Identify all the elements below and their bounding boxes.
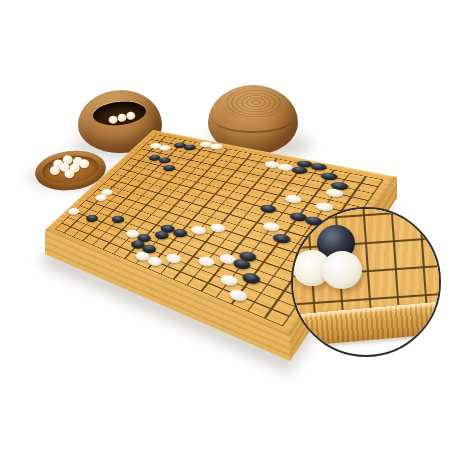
bowl-white-stone <box>108 115 118 124</box>
magnifier-inset <box>291 207 441 357</box>
bowl-lid-seam <box>212 104 294 133</box>
bowl-opening <box>92 99 147 127</box>
inset-white-stone-right <box>322 251 362 289</box>
bowl-white-stone <box>126 111 136 120</box>
product-photo-stage <box>0 0 452 452</box>
